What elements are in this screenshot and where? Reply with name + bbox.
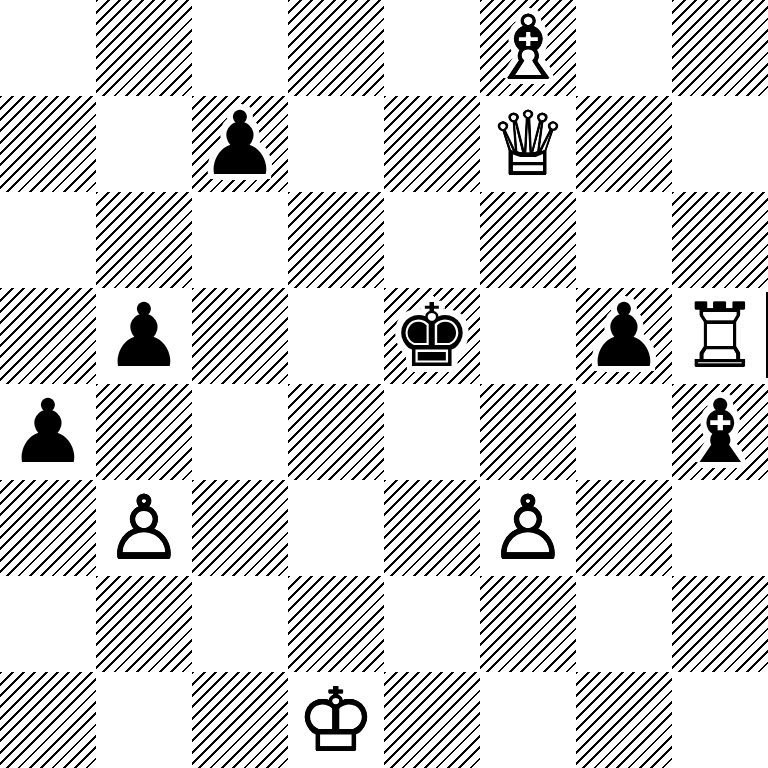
square-h5[interactable]: ♜♖	[672, 288, 768, 384]
white-pawn-icon: ♙	[96, 480, 192, 576]
square-b1[interactable]	[96, 672, 192, 768]
black-pawn-icon: ♟	[576, 288, 672, 384]
black-bishop-icon: ♝	[672, 384, 768, 480]
square-e5[interactable]: ♚♚	[384, 288, 480, 384]
square-b2[interactable]	[96, 576, 192, 672]
square-e1[interactable]	[384, 672, 480, 768]
square-c6[interactable]	[192, 192, 288, 288]
black-pawn-g5[interactable]: ♟♟	[576, 288, 672, 384]
square-h6[interactable]	[672, 192, 768, 288]
square-d3[interactable]	[288, 480, 384, 576]
square-a3[interactable]	[0, 480, 96, 576]
square-f5[interactable]	[480, 288, 576, 384]
square-b3[interactable]: ♟♙	[96, 480, 192, 576]
square-g3[interactable]	[576, 480, 672, 576]
black-bishop-h4[interactable]: ♝♝	[672, 384, 768, 480]
square-f7[interactable]: ♛♕	[480, 96, 576, 192]
square-g6[interactable]	[576, 192, 672, 288]
square-h4[interactable]: ♝♝	[672, 384, 768, 480]
white-king-d1[interactable]: ♚♔	[288, 672, 384, 768]
white-king-icon: ♔	[288, 672, 384, 768]
square-d2[interactable]	[288, 576, 384, 672]
black-king-e5[interactable]: ♚♚	[384, 288, 480, 384]
white-pawn-b3[interactable]: ♟♙	[96, 480, 192, 576]
black-pawn-c7[interactable]: ♟♟	[192, 96, 288, 192]
square-c2[interactable]	[192, 576, 288, 672]
square-g7[interactable]	[576, 96, 672, 192]
square-c8[interactable]	[192, 0, 288, 96]
square-b5[interactable]: ♟♟	[96, 288, 192, 384]
square-a8[interactable]	[0, 0, 96, 96]
square-d6[interactable]	[288, 192, 384, 288]
square-f2[interactable]	[480, 576, 576, 672]
white-pawn-icon: ♙	[480, 480, 576, 576]
square-b7[interactable]	[96, 96, 192, 192]
square-d5[interactable]	[288, 288, 384, 384]
black-pawn-icon: ♟	[96, 288, 192, 384]
square-f4[interactable]	[480, 384, 576, 480]
square-b4[interactable]	[96, 384, 192, 480]
square-a7[interactable]	[0, 96, 96, 192]
white-bishop-f8[interactable]: ♝♗	[480, 0, 576, 96]
square-h2[interactable]	[672, 576, 768, 672]
white-queen-icon: ♕	[480, 96, 576, 192]
square-d1[interactable]: ♚♔	[288, 672, 384, 768]
square-g4[interactable]	[576, 384, 672, 480]
square-h7[interactable]	[672, 96, 768, 192]
white-rook-icon: ♖	[672, 288, 768, 384]
white-pawn-f3[interactable]: ♟♙	[480, 480, 576, 576]
black-king-icon: ♚	[384, 288, 480, 384]
square-a1[interactable]	[0, 672, 96, 768]
square-b6[interactable]	[96, 192, 192, 288]
square-g8[interactable]	[576, 0, 672, 96]
square-e6[interactable]	[384, 192, 480, 288]
square-a2[interactable]	[0, 576, 96, 672]
square-d8[interactable]	[288, 0, 384, 96]
square-a4[interactable]: ♟♟	[0, 384, 96, 480]
chess-board: ♝♗♟♟♛♕♟♟♚♚♟♟♜♖♟♟♝♝♟♙♟♙♚♔	[0, 0, 768, 768]
black-pawn-a4[interactable]: ♟♟	[0, 384, 96, 480]
square-e8[interactable]	[384, 0, 480, 96]
square-c4[interactable]	[192, 384, 288, 480]
square-g2[interactable]	[576, 576, 672, 672]
square-f1[interactable]	[480, 672, 576, 768]
square-h1[interactable]	[672, 672, 768, 768]
square-c7[interactable]: ♟♟	[192, 96, 288, 192]
square-e3[interactable]	[384, 480, 480, 576]
square-b8[interactable]	[96, 0, 192, 96]
square-h3[interactable]	[672, 480, 768, 576]
square-e7[interactable]	[384, 96, 480, 192]
square-f6[interactable]	[480, 192, 576, 288]
square-d7[interactable]	[288, 96, 384, 192]
square-a6[interactable]	[0, 192, 96, 288]
square-g1[interactable]	[576, 672, 672, 768]
square-a5[interactable]	[0, 288, 96, 384]
square-f8[interactable]: ♝♗	[480, 0, 576, 96]
square-h8[interactable]	[672, 0, 768, 96]
black-pawn-icon: ♟	[192, 96, 288, 192]
white-queen-f7[interactable]: ♛♕	[480, 96, 576, 192]
white-bishop-icon: ♗	[480, 0, 576, 96]
square-c1[interactable]	[192, 672, 288, 768]
square-f3[interactable]: ♟♙	[480, 480, 576, 576]
black-pawn-icon: ♟	[0, 384, 96, 480]
chess-diagram: ♝♗♟♟♛♕♟♟♚♚♟♟♜♖♟♟♝♝♟♙♟♙♚♔	[0, 0, 768, 768]
square-c5[interactable]	[192, 288, 288, 384]
square-e4[interactable]	[384, 384, 480, 480]
white-rook-h5[interactable]: ♜♖	[672, 288, 768, 384]
square-c3[interactable]	[192, 480, 288, 576]
square-d4[interactable]	[288, 384, 384, 480]
square-e2[interactable]	[384, 576, 480, 672]
black-pawn-b5[interactable]: ♟♟	[96, 288, 192, 384]
square-g5[interactable]: ♟♟	[576, 288, 672, 384]
